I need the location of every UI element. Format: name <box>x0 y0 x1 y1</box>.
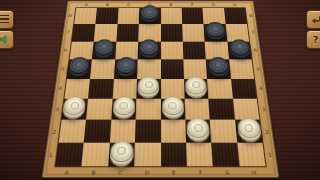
rank-label-right-7: 7 <box>251 30 254 34</box>
rank-label-right-1: 1 <box>268 152 272 157</box>
black-man-d6[interactable] <box>139 39 159 55</box>
square-e6[interactable] <box>161 41 184 59</box>
square-d3[interactable] <box>136 99 161 120</box>
rank-label-right-8: 8 <box>249 14 252 17</box>
board-grid <box>54 7 266 167</box>
rank-label-left-8: 8 <box>69 14 72 17</box>
square-e8[interactable] <box>161 8 183 24</box>
file-label-bottom-g: G <box>225 169 230 174</box>
black-man-g7[interactable] <box>205 22 226 37</box>
rank-label-left-2: 2 <box>52 129 56 134</box>
rank-label-left-3: 3 <box>55 107 59 112</box>
square-a7[interactable] <box>72 24 96 41</box>
file-label-bottom-c: C <box>118 169 122 174</box>
square-c2[interactable] <box>110 120 136 143</box>
white-man-d4[interactable] <box>138 76 159 94</box>
square-b4[interactable] <box>88 79 113 99</box>
square-f3[interactable] <box>185 99 210 120</box>
square-b1[interactable] <box>82 142 110 166</box>
rank-label-left-1: 1 <box>49 152 53 157</box>
square-g2[interactable] <box>210 120 237 143</box>
file-label-top-f: F <box>191 3 194 6</box>
file-label-bottom-d: D <box>145 169 149 174</box>
file-label-top-b: B <box>106 3 109 6</box>
undo-button[interactable] <box>306 10 320 29</box>
square-e5[interactable] <box>161 59 184 78</box>
question-icon: ? <box>313 35 318 45</box>
file-label-bottom-e: E <box>172 169 176 174</box>
undo-arrow-icon <box>310 14 320 26</box>
square-f7[interactable] <box>182 24 205 41</box>
checkers-game-screen: AA88BB77CC66DD55EE44FF33GG22HH11 ? <box>0 0 320 180</box>
rank-label-left-5: 5 <box>61 67 65 71</box>
square-e7[interactable] <box>161 24 183 41</box>
square-d1[interactable] <box>134 142 160 166</box>
square-h1[interactable] <box>237 142 266 166</box>
square-f8[interactable] <box>182 8 204 24</box>
file-label-top-a: A <box>85 3 88 6</box>
square-a2[interactable] <box>59 120 87 143</box>
rank-label-left-4: 4 <box>58 86 62 90</box>
square-b5[interactable] <box>90 59 115 78</box>
sound-button[interactable] <box>0 30 14 49</box>
square-d2[interactable] <box>135 120 160 143</box>
square-g4[interactable] <box>207 79 232 99</box>
square-g3[interactable] <box>209 99 235 120</box>
square-h4[interactable] <box>231 79 257 99</box>
square-f6[interactable] <box>183 41 206 59</box>
file-label-top-c: C <box>127 3 130 6</box>
checkers-board: AA88BB77CC66DD55EE44FF33GG22HH11 <box>41 1 279 178</box>
rank-label-right-5: 5 <box>256 67 260 71</box>
file-label-top-e: E <box>170 3 173 6</box>
file-label-bottom-h: H <box>252 169 257 174</box>
square-f1[interactable] <box>186 142 213 166</box>
square-a8[interactable] <box>74 8 97 24</box>
square-h5[interactable] <box>229 59 254 78</box>
rank-label-right-6: 6 <box>254 48 258 52</box>
square-c7[interactable] <box>116 24 139 41</box>
list-icon <box>0 15 9 23</box>
rank-label-left-6: 6 <box>64 48 68 52</box>
square-g1[interactable] <box>211 142 239 166</box>
rank-label-right-4: 4 <box>259 86 263 90</box>
file-label-bottom-f: F <box>199 169 203 174</box>
square-b2[interactable] <box>84 120 111 143</box>
file-label-top-g: G <box>212 3 216 6</box>
file-label-bottom-a: A <box>65 169 69 174</box>
square-h8[interactable] <box>224 8 247 24</box>
square-e1[interactable] <box>161 142 187 166</box>
square-e2[interactable] <box>161 120 186 143</box>
square-h3[interactable] <box>233 99 260 120</box>
white-man-c1[interactable] <box>109 140 133 161</box>
menu-button[interactable] <box>0 10 14 29</box>
rank-label-left-7: 7 <box>66 30 69 34</box>
square-b8[interactable] <box>96 8 119 24</box>
file-label-bottom-b: B <box>92 169 96 174</box>
square-b3[interactable] <box>86 99 112 120</box>
file-label-top-h: H <box>233 3 237 6</box>
rank-label-right-2: 2 <box>265 129 269 134</box>
help-button[interactable]: ? <box>306 30 320 49</box>
square-a1[interactable] <box>56 142 85 166</box>
rank-label-right-3: 3 <box>262 107 266 112</box>
square-c8[interactable] <box>117 8 139 24</box>
speaker-icon <box>0 34 10 45</box>
